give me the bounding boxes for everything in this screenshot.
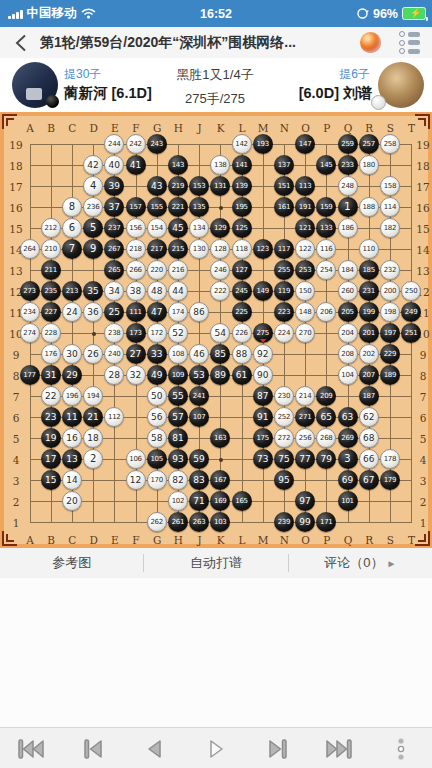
stone-O6: 271 [295,407,315,427]
move-number: 20 [66,497,77,506]
move-number: 82 [172,476,183,485]
move-number: 221 [172,204,184,211]
play-button[interactable] [199,736,233,762]
coord-label-top: C [68,122,76,134]
stone-P14: 116 [316,239,336,259]
stone-T10: 251 [401,323,421,343]
coord-label-bottom: O [301,534,310,546]
coord-label-bottom: Q [344,534,353,546]
stone-R11: 199 [359,302,379,322]
stone-O17: 113 [295,176,315,196]
move-number: 272 [278,435,290,442]
stone-F16: 157 [126,197,146,217]
stone-P18: 145 [316,155,336,175]
battery-percent: 96% [373,7,398,21]
move-number: 227 [44,309,56,316]
move-number: 97 [299,497,310,506]
move-number: 86 [193,308,204,317]
stone-L13: 127 [232,260,252,280]
move-number: 179 [384,477,396,484]
move-number: 253 [299,267,311,274]
move-number: 110 [362,246,374,253]
move-number: 32 [130,371,141,380]
rotation-lock-icon [356,7,369,20]
move-number: 38 [130,287,141,296]
move-number: 255 [278,267,290,274]
move-number: 87 [257,392,268,401]
coord-label-top: R [365,122,373,134]
move-number: 219 [172,183,184,190]
stone-K3: 167 [210,470,230,490]
stone-B3: 15 [41,470,61,490]
stone-N11: 223 [274,302,294,322]
stone-H16: 221 [168,197,188,217]
stone-R10: 201 [359,323,379,343]
stone-C12: 213 [62,281,82,301]
move-number: 106 [129,456,141,463]
stone-R16: 188 [359,197,379,217]
stone-B5: 19 [41,428,61,448]
move-number: 21 [87,413,98,422]
coord-label-left: 7 [13,391,20,403]
stone-N16: 161 [274,197,294,217]
move-number: 265 [108,267,120,274]
step-back-button[interactable] [137,736,171,762]
stone-N17: 151 [274,176,294,196]
move-number: 141 [235,162,247,169]
stone-K10: 54 [210,323,230,343]
move-number: 93 [172,455,183,464]
move-number: 220 [150,267,162,274]
stone-S17: 158 [380,176,400,196]
stone-C8: 29 [62,365,82,385]
move-number: 55 [172,392,183,401]
move-number: 79 [321,455,332,464]
stone-C15: 6 [62,218,82,238]
stone-H11: 174 [168,302,188,322]
stone-H9: 108 [168,344,188,364]
step-forward-button[interactable] [261,736,295,762]
stone-L10: 226 [232,323,252,343]
stone-L19: 142 [232,134,252,154]
stone-D14: 9 [83,239,103,259]
move-number: 68 [363,434,374,443]
move-number: 117 [278,246,290,253]
stone-R3: 67 [359,470,379,490]
stone-F4: 106 [126,449,146,469]
stone-L18: 141 [232,155,252,175]
stone-R18: 180 [359,155,379,175]
stone-J7: 241 [189,386,209,406]
move-number: 30 [66,350,77,359]
move-number: 116 [320,246,332,253]
move-number: 77 [299,455,310,464]
move-number: 222 [214,288,226,295]
coord-label-right: 4 [420,454,427,466]
move-number: 259 [341,141,353,148]
move-number: 138 [214,162,226,169]
coord-label-top: T [408,122,415,134]
skip-to-start-button[interactable] [14,736,48,762]
stone-P1: 171 [316,512,336,532]
stone-K9: 85 [210,344,230,364]
move-number: 147 [299,141,311,148]
stone-L9: 88 [232,344,252,364]
move-number: 14 [66,476,77,485]
stone-H13: 216 [168,260,188,280]
move-number: 15 [45,476,56,485]
move-number: 37 [109,203,120,212]
move-number: 266 [129,267,141,274]
stone-K12: 222 [210,281,230,301]
coord-label-left: 5 [13,433,20,445]
stone-G3: 170 [147,470,167,490]
move-number: 260 [341,288,353,295]
move-number: 264 [23,246,35,253]
stone-Q6: 63 [338,407,358,427]
star-point [92,332,96,336]
move-number: 239 [278,519,290,526]
move-number: 28 [109,371,120,380]
move-number: 135 [193,204,205,211]
coord-label-top: G [153,122,161,134]
stone-J3: 83 [189,470,209,490]
coord-label-right: 18 [416,160,429,172]
stone-G15: 154 [147,218,167,238]
board-corner-ornament [2,114,17,129]
coord-label-bottom: L [239,534,246,546]
stone-E12: 34 [104,281,124,301]
move-number: 118 [235,246,247,253]
board-corner-ornament [2,531,17,546]
move-number: 16 [66,434,77,443]
move-number: 173 [129,330,141,337]
move-number: 251 [405,330,417,337]
coord-label-top: J [197,122,201,134]
stone-S9: 229 [380,344,400,364]
stone-Q19: 259 [338,134,358,154]
stone-F3: 12 [126,470,146,490]
stone-C3: 14 [62,470,82,490]
move-number: 156 [129,225,141,232]
stone-M19: 193 [253,134,273,154]
move-number: 200 [384,288,396,295]
stone-L11: 225 [232,302,252,322]
white-stone-indicator-icon [371,95,386,110]
game-list-icon[interactable] [399,31,420,54]
move-number: 131 [214,183,226,190]
move-number: 218 [129,246,141,253]
move-number: 206 [320,309,332,316]
stone-A12: 273 [20,281,40,301]
tab-auto-replay[interactable]: 自动打谱 [143,554,287,572]
move-number: 185 [362,267,374,274]
move-number: 89 [215,371,226,380]
move-number: 250 [405,288,417,295]
move-number: 102 [172,498,184,505]
move-number: 274 [23,330,35,337]
move-number: 235 [44,288,56,295]
move-number: 22 [45,392,56,401]
stone-O1: 99 [295,512,315,532]
move-number: 113 [299,183,311,190]
move-number: 205 [341,309,353,316]
stone-F12: 38 [126,281,146,301]
stone-P11: 206 [316,302,336,322]
expand-arrow-icon: ► [386,558,396,569]
stone-K2: 169 [210,491,230,511]
move-number: 41 [130,161,141,170]
move-number: 59 [193,455,204,464]
move-number: 27 [130,350,141,359]
coord-label-top: B [47,122,55,134]
coord-label-left: 18 [9,160,22,172]
coord-label-right: 9 [420,349,427,361]
move-number: 35 [87,287,98,296]
stone-O11: 148 [295,302,315,322]
move-number: 163 [214,435,226,442]
stone-O16: 191 [295,197,315,217]
coord-label-top: E [111,122,119,134]
stone-R5: 68 [359,428,379,448]
stone-A11: 234 [20,302,40,322]
stone-R12: 231 [359,281,379,301]
move-number: 88 [236,350,247,359]
stone-H7: 55 [168,386,188,406]
stone-Q12: 260 [338,281,358,301]
coord-label-left: 13 [9,265,22,277]
stone-G16: 155 [147,197,167,217]
move-number: 45 [172,224,183,233]
stone-G5: 58 [147,428,167,448]
coord-label-right: 3 [420,475,427,487]
move-number: 263 [193,519,205,526]
move-number: 91 [257,413,268,422]
move-number: 275 [256,330,268,337]
skip-to-end-button[interactable] [322,736,356,762]
stone-Q10: 204 [338,323,358,343]
stone-K15: 129 [210,218,230,238]
move-number: 12 [130,476,141,485]
stone-H17: 219 [168,176,188,196]
stone-E15: 237 [104,218,124,238]
stone-L12: 245 [232,281,252,301]
stone-M4: 73 [253,449,273,469]
move-number: 216 [172,267,184,274]
stone-O10: 270 [295,323,315,343]
stone-K8: 89 [210,365,230,385]
move-number: 39 [109,182,120,191]
move-number: 85 [215,350,226,359]
stone-R4: 66 [359,449,379,469]
move-number: 237 [108,225,120,232]
stone-S4: 178 [380,449,400,469]
move-number: 61 [236,371,247,380]
coord-label-right: 15 [416,223,429,235]
move-number: 149 [256,288,268,295]
move-number: 46 [193,350,204,359]
app-logo-icon[interactable] [360,32,381,53]
star-point [219,458,223,462]
stone-Q4: 3 [338,449,358,469]
move-number: 44 [172,287,183,296]
move-number: 52 [172,329,183,338]
stone-J16: 135 [189,197,209,217]
stone-C7: 196 [62,386,82,406]
stone-O5: 256 [295,428,315,448]
coord-label-bottom: G [153,534,161,546]
stone-H5: 81 [168,428,188,448]
move-number: 267 [108,246,120,253]
go-board[interactable]: AABBCCDDEEFFGGHHJJKKLLMMNNOOPPQQRRSSTT11… [0,112,432,548]
stone-P15: 133 [316,218,336,238]
stone-G6: 56 [147,407,167,427]
move-number: 81 [172,434,183,443]
stone-E8: 28 [104,365,124,385]
stone-D11: 36 [83,302,103,322]
move-number: 244 [108,141,120,148]
stone-O2: 97 [295,491,315,511]
coord-label-bottom: B [47,534,55,546]
stone-P4: 79 [316,449,336,469]
stone-H18: 143 [168,155,188,175]
coord-label-top: D [89,122,97,134]
coord-label-right: 2 [420,496,427,508]
move-number: 66 [363,455,374,464]
move-number: 4 [90,181,96,191]
move-number: 9 [90,244,96,254]
move-number: 204 [341,330,353,337]
stone-Q15: 186 [338,218,358,238]
stone-E11: 25 [104,302,124,322]
coord-label-top: F [132,122,139,134]
stone-K17: 131 [210,176,230,196]
move-number: 143 [172,162,184,169]
move-number: 7 [69,244,75,254]
move-number: 238 [108,330,120,337]
move-number: 109 [172,372,184,379]
move-number: 13 [66,455,77,464]
move-number: 63 [342,413,353,422]
move-number: 155 [150,204,162,211]
move-number: 75 [278,455,289,464]
move-number: 2 [90,454,96,464]
move-number: 104 [341,372,353,379]
stone-B6: 23 [41,407,61,427]
stone-H15: 45 [168,218,188,238]
stone-K5: 163 [210,428,230,448]
stone-S12: 200 [380,281,400,301]
move-number: 271 [299,414,311,421]
stone-B8: 31 [41,365,61,385]
move-number: 195 [235,204,247,211]
stone-G7: 50 [147,386,167,406]
back-button[interactable] [10,32,32,54]
move-number: 257 [362,141,374,148]
move-number: 161 [278,204,290,211]
black-stone-indicator-icon [46,95,59,108]
move-number: 232 [384,267,396,274]
stone-D18: 42 [83,155,103,175]
tab-reference-diagram[interactable]: 参考图 [0,554,143,572]
move-number: 153 [193,183,205,190]
coord-label-bottom: M [258,534,269,546]
stone-Q9: 208 [338,344,358,364]
stone-P6: 65 [316,407,336,427]
coord-label-right: 16 [416,202,429,214]
stone-N6: 252 [274,407,294,427]
stone-S15: 182 [380,218,400,238]
stone-E13: 265 [104,260,124,280]
move-number: 196 [66,393,78,400]
stone-C9: 30 [62,344,82,364]
move-number: 199 [362,309,374,316]
stone-G14: 217 [147,239,167,259]
stone-G19: 243 [147,134,167,154]
coord-label-bottom: H [174,534,183,546]
stone-H4: 93 [168,449,188,469]
move-number: 62 [363,413,374,422]
coord-label-bottom: T [408,534,415,546]
move-number: 111 [129,309,141,316]
move-number: 165 [235,498,247,505]
stone-S19: 258 [380,134,400,154]
move-number: 207 [362,372,374,379]
move-number: 142 [235,141,247,148]
move-number: 33 [151,350,162,359]
app-screen: 中国移动 16:52 96% ⚡ 第1轮/第59台/2020年“深圳杯”围棋网络… [0,0,432,768]
stone-N13: 255 [274,260,294,280]
move-number: 26 [87,350,98,359]
move-number: 134 [193,225,205,232]
stone-H2: 102 [168,491,188,511]
stone-E10: 238 [104,323,124,343]
move-number: 186 [341,225,353,232]
stone-Q5: 269 [338,428,358,448]
tab-comments[interactable]: 评论（0）► [288,554,432,572]
stone-G4: 105 [147,449,167,469]
fast-step-back-button[interactable] [76,736,110,762]
stone-H3: 82 [168,470,188,490]
move-number: 269 [341,435,353,442]
stone-G1: 262 [147,512,167,532]
move-number: 178 [384,456,396,463]
move-number: 48 [151,287,162,296]
move-number: 3 [344,454,350,464]
stone-F15: 156 [126,218,146,238]
stone-H8: 109 [168,365,188,385]
move-number: 47 [151,308,162,317]
stone-F10: 173 [126,323,146,343]
stone-C14: 7 [62,239,82,259]
stone-B12: 235 [41,281,61,301]
move-number: 150 [299,288,311,295]
move-number: 245 [235,288,247,295]
coord-label-bottom: J [197,534,201,546]
move-number: 242 [129,141,141,148]
coord-label-left: 9 [13,349,20,361]
move-number: 54 [215,329,226,338]
move-number: 40 [109,161,120,170]
stone-N7: 230 [274,386,294,406]
coord-label-right: 13 [416,265,429,277]
move-number: 230 [278,393,290,400]
move-number: 212 [44,225,56,232]
more-options-button[interactable] [384,736,418,762]
stone-D15: 5 [83,218,103,238]
move-number: 122 [299,246,311,253]
stone-L17: 139 [232,176,252,196]
